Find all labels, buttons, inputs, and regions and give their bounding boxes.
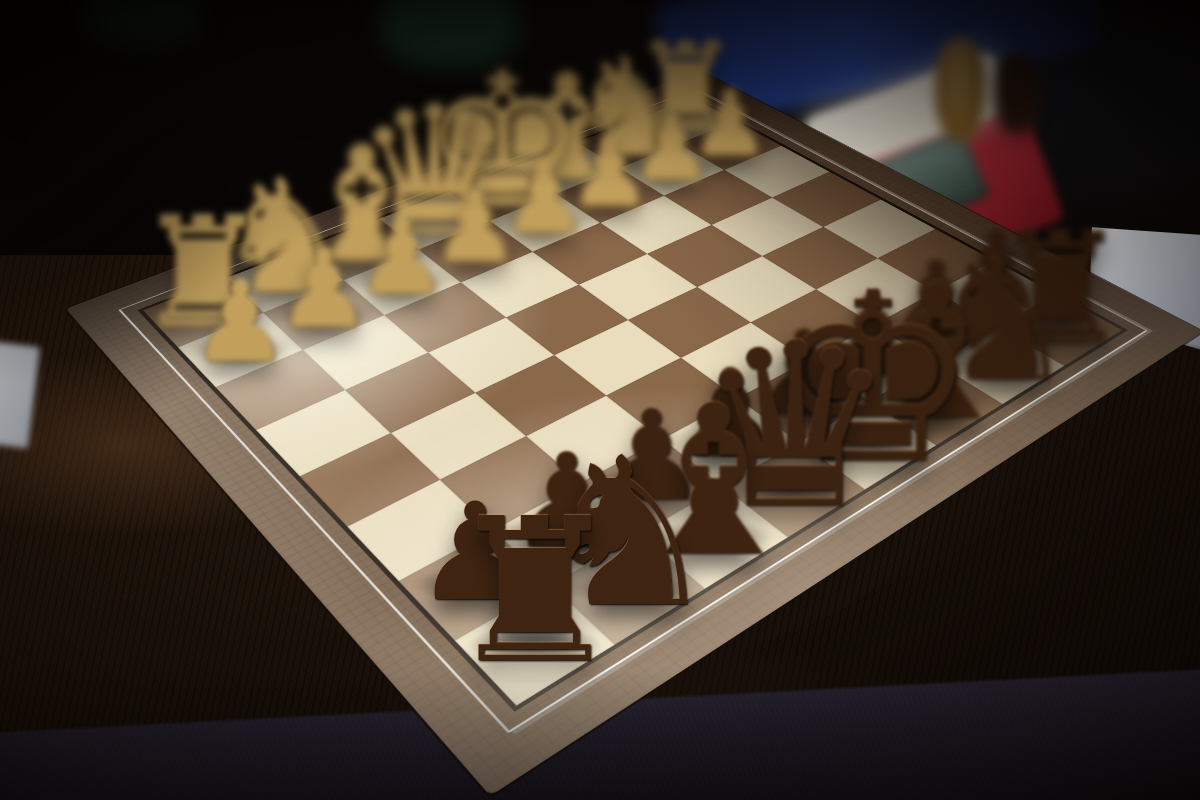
- black-rook-a8[interactable]: ♜: [435, 493, 635, 692]
- photo-scene: ♜♞♝♛♚♝♞♜♟♟♟♟♟♟♟♟♟♟♟♟♟♟♟♟♜♞♝♛♚♝♞♜: [0, 0, 1200, 800]
- spare-dark-piece-blurred: [994, 52, 1040, 134]
- white-pawn-a2[interactable]: ♟: [140, 268, 340, 379]
- background-object-left: [85, 0, 200, 46]
- spare-piece-blurred: [935, 38, 985, 142]
